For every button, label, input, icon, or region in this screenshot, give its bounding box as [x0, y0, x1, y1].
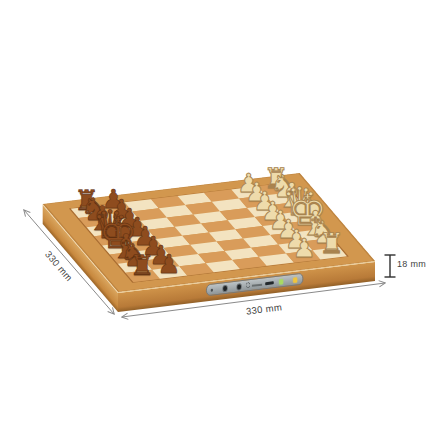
height-dimension-label: 18 mm: [397, 259, 426, 269]
piece-white-rook[interactable]: ♜: [319, 229, 344, 257]
bottom-dimension-label: 330 mm: [245, 301, 282, 316]
piece-black-pawn[interactable]: ♟: [157, 251, 180, 277]
usb-port[interactable]: [265, 281, 274, 285]
green-led-icon: [279, 279, 283, 284]
product-photo: ♜♟♟♜♞♟♟♞♝♟♟♝♛♟♟♛♚♟♟♚♝♟♟♝♞♟♟♞♜♟♟♜ 330 mm …: [0, 0, 430, 430]
panel-print: [252, 284, 262, 287]
piece-white-pawn[interactable]: ♟: [293, 234, 316, 260]
yellow-led-icon: [293, 277, 297, 282]
height-dimension-beam: [385, 255, 396, 277]
round-button[interactable]: [223, 286, 227, 291]
piece-black-rook[interactable]: ♜: [129, 252, 154, 280]
gear-icon: [246, 282, 251, 289]
round-button[interactable]: [237, 284, 241, 289]
jack-port[interactable]: [211, 289, 213, 292]
